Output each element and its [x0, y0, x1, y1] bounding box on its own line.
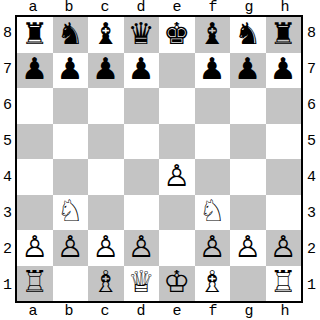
file-labels-bottom: abcdefgh — [15, 303, 303, 320]
file-label-h: h — [267, 304, 303, 319]
square-e1[interactable]: ♔ — [159, 266, 195, 302]
black-rook-a8[interactable]: ♜ — [21, 19, 48, 49]
square-a7[interactable]: ♟ — [17, 53, 53, 89]
square-g7[interactable]: ♟ — [230, 53, 266, 89]
square-g8[interactable]: ♞ — [230, 17, 266, 53]
white-pawn-b2[interactable]: ♙ — [57, 232, 84, 262]
black-bishop-f8[interactable]: ♝ — [199, 19, 226, 49]
square-e4[interactable]: ♙ — [159, 159, 195, 195]
rank-label-7: 7 — [307, 51, 316, 87]
square-c8[interactable]: ♝ — [88, 17, 124, 53]
rank-label-7: 7 — [3, 51, 12, 87]
square-d5[interactable] — [124, 124, 160, 160]
square-b2[interactable]: ♙ — [53, 230, 89, 266]
black-pawn-g7[interactable]: ♟ — [234, 54, 261, 84]
file-label-d: d — [123, 304, 159, 319]
square-h6[interactable] — [266, 88, 302, 124]
white-bishop-c1[interactable]: ♗ — [92, 267, 119, 297]
file-labels-top: abcdefgh — [15, 0, 303, 15]
black-king-e8[interactable]: ♚ — [163, 19, 190, 49]
square-h2[interactable]: ♙ — [266, 230, 302, 266]
square-b3[interactable]: ♘ — [53, 195, 89, 231]
square-c7[interactable]: ♟ — [88, 53, 124, 89]
white-pawn-f2[interactable]: ♙ — [199, 232, 226, 262]
white-king-e1[interactable]: ♔ — [163, 267, 190, 297]
white-rook-h1[interactable]: ♖ — [270, 267, 297, 297]
square-f3[interactable]: ♘ — [195, 195, 231, 231]
square-b5[interactable] — [53, 124, 89, 160]
white-rook-a1[interactable]: ♖ — [21, 267, 48, 297]
square-d6[interactable] — [124, 88, 160, 124]
square-h4[interactable] — [266, 159, 302, 195]
black-knight-g8[interactable]: ♞ — [234, 19, 261, 49]
file-label-f: f — [195, 304, 231, 319]
square-b4[interactable] — [53, 159, 89, 195]
rank-label-6: 6 — [3, 87, 12, 123]
file-label-f: f — [195, 0, 231, 15]
square-c4[interactable] — [88, 159, 124, 195]
square-a6[interactable] — [17, 88, 53, 124]
file-label-h: h — [267, 0, 303, 15]
file-label-a: a — [15, 0, 51, 15]
square-b8[interactable]: ♞ — [53, 17, 89, 53]
rank-label-2: 2 — [307, 231, 316, 267]
square-e8[interactable]: ♚ — [159, 17, 195, 53]
rank-label-4: 4 — [307, 159, 316, 195]
square-b7[interactable]: ♟ — [53, 53, 89, 89]
black-pawn-a7[interactable]: ♟ — [21, 54, 48, 84]
file-label-c: c — [87, 0, 123, 15]
square-h1[interactable]: ♖ — [266, 266, 302, 302]
black-pawn-h7[interactable]: ♟ — [270, 54, 297, 84]
square-a5[interactable] — [17, 124, 53, 160]
white-knight-b3[interactable]: ♘ — [57, 196, 84, 226]
file-label-e: e — [159, 304, 195, 319]
square-f5[interactable] — [195, 124, 231, 160]
square-e5[interactable] — [159, 124, 195, 160]
square-b6[interactable] — [53, 88, 89, 124]
rank-label-3: 3 — [3, 195, 12, 231]
rank-label-1: 1 — [3, 267, 12, 303]
square-a4[interactable] — [17, 159, 53, 195]
square-d4[interactable] — [124, 159, 160, 195]
square-c3[interactable] — [88, 195, 124, 231]
square-b1[interactable] — [53, 266, 89, 302]
white-pawn-g2[interactable]: ♙ — [234, 232, 261, 262]
file-label-b: b — [51, 0, 87, 15]
rank-label-8: 8 — [3, 15, 12, 51]
square-h3[interactable] — [266, 195, 302, 231]
chess-diagram: abcdefgh 87654321 ♜♞♝♛♚♝♞♜♟♟♟♟♟♟♟♙♘♘♙♙♙♙… — [0, 0, 320, 320]
white-queen-d1[interactable]: ♕ — [128, 267, 155, 297]
square-f2[interactable]: ♙ — [195, 230, 231, 266]
white-bishop-f1[interactable]: ♗ — [199, 267, 226, 297]
square-d1[interactable]: ♕ — [124, 266, 160, 302]
square-e2[interactable] — [159, 230, 195, 266]
square-a1[interactable]: ♖ — [17, 266, 53, 302]
square-g6[interactable] — [230, 88, 266, 124]
rank-label-3: 3 — [307, 195, 316, 231]
square-g4[interactable] — [230, 159, 266, 195]
square-d7[interactable]: ♟ — [124, 53, 160, 89]
white-pawn-c2[interactable]: ♙ — [92, 232, 119, 262]
black-pawn-f7[interactable]: ♟ — [199, 54, 226, 84]
square-d3[interactable] — [124, 195, 160, 231]
file-label-c: c — [87, 304, 123, 319]
square-h8[interactable]: ♜ — [266, 17, 302, 53]
square-g5[interactable] — [230, 124, 266, 160]
rank-label-5: 5 — [307, 123, 316, 159]
square-c6[interactable] — [88, 88, 124, 124]
square-f4[interactable] — [195, 159, 231, 195]
square-f8[interactable]: ♝ — [195, 17, 231, 53]
file-label-a: a — [15, 304, 51, 319]
black-bishop-c8[interactable]: ♝ — [92, 19, 119, 49]
rank-label-8: 8 — [307, 15, 316, 51]
square-f6[interactable] — [195, 88, 231, 124]
square-e7[interactable] — [159, 53, 195, 89]
rank-label-4: 4 — [3, 159, 12, 195]
rank-label-6: 6 — [307, 87, 316, 123]
square-c2[interactable]: ♙ — [88, 230, 124, 266]
square-e3[interactable] — [159, 195, 195, 231]
square-e6[interactable] — [159, 88, 195, 124]
file-label-g: g — [231, 304, 267, 319]
black-pawn-d7[interactable]: ♟ — [128, 54, 155, 84]
square-f7[interactable]: ♟ — [195, 53, 231, 89]
rank-labels-right: 87654321 — [303, 15, 320, 303]
rank-label-2: 2 — [3, 231, 12, 267]
square-g3[interactable] — [230, 195, 266, 231]
white-knight-f3[interactable]: ♘ — [199, 196, 226, 226]
square-c5[interactable] — [88, 124, 124, 160]
square-c1[interactable]: ♗ — [88, 266, 124, 302]
rank-labels-left: 87654321 — [0, 15, 15, 303]
square-h7[interactable]: ♟ — [266, 53, 302, 89]
file-label-e: e — [159, 0, 195, 15]
white-pawn-h2[interactable]: ♙ — [270, 232, 297, 262]
black-knight-b8[interactable]: ♞ — [57, 19, 84, 49]
square-d8[interactable]: ♛ — [124, 17, 160, 53]
square-f1[interactable]: ♗ — [195, 266, 231, 302]
white-pawn-d2[interactable]: ♙ — [128, 232, 155, 262]
file-label-d: d — [123, 0, 159, 15]
black-queen-d8[interactable]: ♛ — [128, 19, 155, 49]
square-g2[interactable]: ♙ — [230, 230, 266, 266]
square-a8[interactable]: ♜ — [17, 17, 53, 53]
square-g1[interactable] — [230, 266, 266, 302]
square-d2[interactable]: ♙ — [124, 230, 160, 266]
file-label-b: b — [51, 304, 87, 319]
square-h5[interactable] — [266, 124, 302, 160]
chess-board: ♜♞♝♛♚♝♞♜♟♟♟♟♟♟♟♙♘♘♙♙♙♙♙♙♙♖♗♕♔♗♖ — [15, 15, 303, 303]
black-pawn-b7[interactable]: ♟ — [57, 54, 84, 84]
black-rook-h8[interactable]: ♜ — [270, 19, 297, 49]
square-a2[interactable]: ♙ — [17, 230, 53, 266]
rank-label-5: 5 — [3, 123, 12, 159]
rank-label-1: 1 — [307, 267, 316, 303]
black-pawn-c7[interactable]: ♟ — [92, 54, 119, 84]
file-label-g: g — [231, 0, 267, 15]
white-pawn-a2[interactable]: ♙ — [21, 232, 48, 262]
square-a3[interactable] — [17, 195, 53, 231]
white-pawn-e4[interactable]: ♙ — [163, 161, 190, 191]
